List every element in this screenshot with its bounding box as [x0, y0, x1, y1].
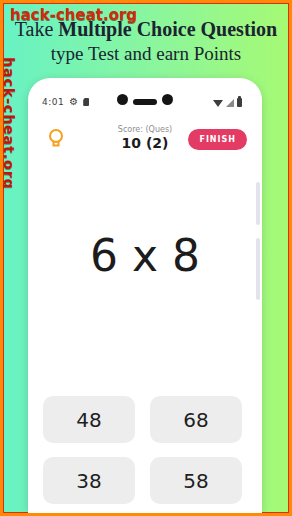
camera-notch	[117, 93, 173, 105]
screenshot-frame: hack-cheat.org hack-cheat.org Take Multi…	[0, 0, 292, 516]
signal-icon	[226, 99, 234, 107]
speaker-pill	[133, 99, 157, 105]
watermark-left-vertical: hack-cheat.org	[1, 57, 17, 190]
scrollbar-segment-1	[256, 182, 260, 225]
wifi-icon	[213, 100, 223, 107]
answer-option-1[interactable]: 48	[43, 396, 135, 443]
watermark-top: hack-cheat.org	[10, 6, 137, 24]
quiz-header: Score: (Ques) 10 (2) FINISH	[28, 125, 262, 157]
answer-option-2[interactable]: 68	[150, 396, 242, 443]
gear-icon: ⚙	[69, 97, 78, 107]
answer-option-4[interactable]: 58	[150, 457, 242, 504]
answer-option-3[interactable]: 38	[43, 457, 135, 504]
question-text: 6 x 8	[28, 230, 262, 281]
banner-line2: type Test and earn Points	[3, 42, 289, 66]
clock: 4:01	[42, 97, 64, 107]
phone-screen-card: 4:01 ⚙ Score: (Ques)	[28, 78, 262, 513]
status-left: 4:01 ⚙	[42, 97, 89, 107]
battery-icon	[237, 98, 242, 107]
camera-dot-right	[162, 94, 173, 105]
camera-dot-left	[117, 94, 128, 105]
finish-button[interactable]: FINISH	[188, 129, 247, 150]
status-right	[213, 98, 242, 107]
answer-options-grid: 48 68 38 58	[43, 396, 242, 504]
scrollbar-segment-2	[256, 238, 260, 300]
sim-card-icon	[83, 98, 89, 106]
